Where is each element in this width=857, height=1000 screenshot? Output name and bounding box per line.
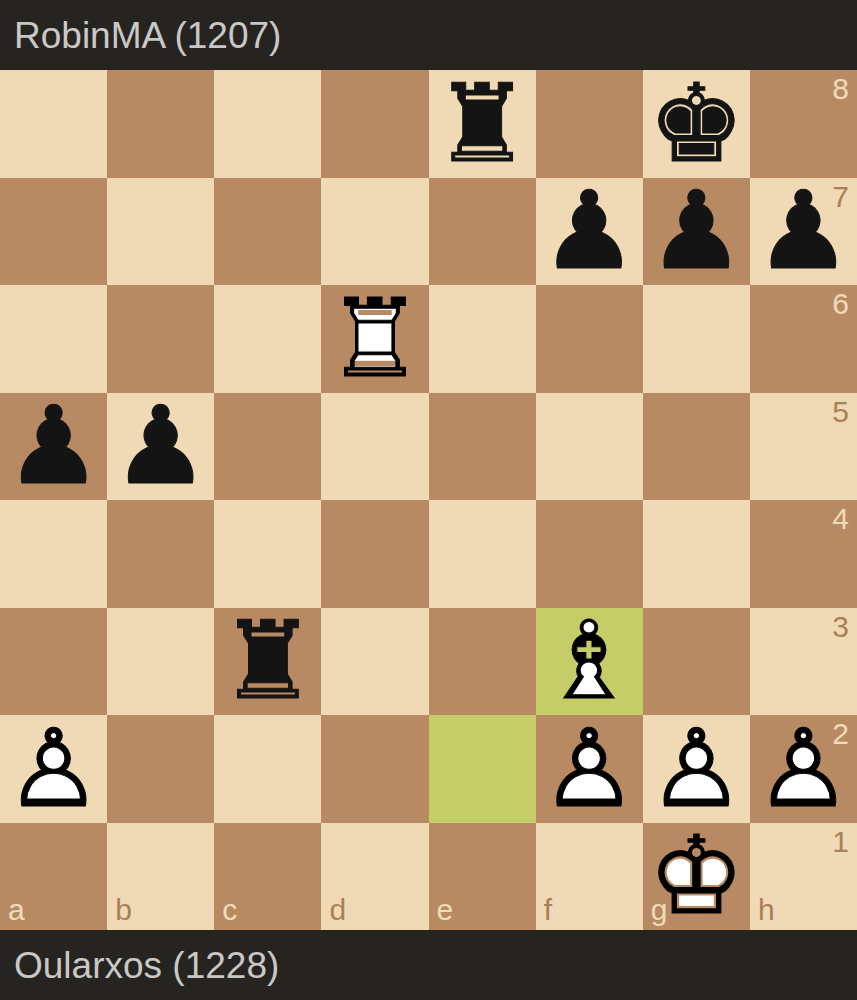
square-g5[interactable] bbox=[643, 393, 750, 501]
square-b8[interactable] bbox=[107, 70, 214, 178]
square-c4[interactable] bbox=[214, 500, 321, 608]
square-c3[interactable]: ♜︎ bbox=[214, 608, 321, 716]
rank-label-3: 3 bbox=[832, 612, 849, 642]
square-b4[interactable] bbox=[107, 500, 214, 608]
square-h1[interactable]: h1 bbox=[750, 823, 857, 931]
square-d3[interactable] bbox=[321, 608, 428, 716]
square-e8[interactable]: ♜︎ bbox=[429, 70, 536, 178]
piece-outline-glyph: ♔︎ bbox=[643, 823, 750, 931]
piece-outline-glyph: ♙︎ bbox=[643, 715, 750, 823]
square-f3[interactable]: ♝︎♗︎ bbox=[536, 608, 643, 716]
square-a1[interactable]: a bbox=[0, 823, 107, 931]
square-d5[interactable] bbox=[321, 393, 428, 501]
rank-label-5: 5 bbox=[832, 397, 849, 427]
black-rook[interactable]: ♜︎ bbox=[429, 70, 536, 178]
chess-game-screen: RobinMA (1207) ♜︎♚︎8♟︎♟︎♟︎7♜︎♖︎6♟︎♟︎54♜︎… bbox=[0, 0, 857, 1000]
white-bishop[interactable]: ♝︎♗︎ bbox=[536, 608, 643, 716]
white-pawn[interactable]: ♟︎♙︎ bbox=[536, 715, 643, 823]
square-b5[interactable]: ♟︎ bbox=[107, 393, 214, 501]
square-a8[interactable] bbox=[0, 70, 107, 178]
square-f1[interactable]: f bbox=[536, 823, 643, 931]
player-top-label: RobinMA (1207) bbox=[14, 17, 281, 54]
square-d6[interactable]: ♜︎♖︎ bbox=[321, 285, 428, 393]
square-f6[interactable] bbox=[536, 285, 643, 393]
piece-fill-glyph: ♟︎ bbox=[0, 393, 107, 501]
square-g3[interactable] bbox=[643, 608, 750, 716]
square-c8[interactable] bbox=[214, 70, 321, 178]
piece-outline-glyph: ♗︎ bbox=[536, 608, 643, 716]
square-h5[interactable]: 5 bbox=[750, 393, 857, 501]
square-h4[interactable]: 4 bbox=[750, 500, 857, 608]
square-c5[interactable] bbox=[214, 393, 321, 501]
file-label-c: c bbox=[222, 895, 237, 925]
player-bottom-label: Oularxos (1228) bbox=[14, 947, 279, 984]
white-pawn[interactable]: ♟︎♙︎ bbox=[750, 715, 857, 823]
square-a6[interactable] bbox=[0, 285, 107, 393]
black-king[interactable]: ♚︎ bbox=[643, 70, 750, 178]
player-bar-bottom: Oularxos (1228) bbox=[0, 930, 857, 1000]
square-h6[interactable]: 6 bbox=[750, 285, 857, 393]
rank-label-6: 6 bbox=[832, 289, 849, 319]
black-pawn[interactable]: ♟︎ bbox=[643, 178, 750, 286]
square-f2[interactable]: ♟︎♙︎ bbox=[536, 715, 643, 823]
square-f4[interactable] bbox=[536, 500, 643, 608]
square-b1[interactable]: b bbox=[107, 823, 214, 931]
square-c1[interactable]: c bbox=[214, 823, 321, 931]
rank-label-8: 8 bbox=[832, 74, 849, 104]
square-f8[interactable] bbox=[536, 70, 643, 178]
square-h2[interactable]: ♟︎♙︎2 bbox=[750, 715, 857, 823]
file-label-e: e bbox=[437, 895, 454, 925]
square-e6[interactable] bbox=[429, 285, 536, 393]
piece-fill-glyph: ♜︎ bbox=[214, 608, 321, 716]
player-bar-top: RobinMA (1207) bbox=[0, 0, 857, 70]
square-d8[interactable] bbox=[321, 70, 428, 178]
piece-outline-glyph: ♖︎ bbox=[321, 285, 428, 393]
piece-fill-glyph: ♚︎ bbox=[643, 70, 750, 178]
chess-board[interactable]: ♜︎♚︎8♟︎♟︎♟︎7♜︎♖︎6♟︎♟︎54♜︎♝︎♗︎3♟︎♙︎♟︎♙︎♟︎… bbox=[0, 70, 857, 930]
square-b2[interactable] bbox=[107, 715, 214, 823]
piece-outline-glyph: ♙︎ bbox=[0, 715, 107, 823]
piece-fill-glyph: ♟︎ bbox=[107, 393, 214, 501]
square-h8[interactable]: 8 bbox=[750, 70, 857, 178]
square-a5[interactable]: ♟︎ bbox=[0, 393, 107, 501]
square-c2[interactable] bbox=[214, 715, 321, 823]
square-g8[interactable]: ♚︎ bbox=[643, 70, 750, 178]
square-d4[interactable] bbox=[321, 500, 428, 608]
square-g1[interactable]: ♚︎♔︎g bbox=[643, 823, 750, 931]
square-g2[interactable]: ♟︎♙︎ bbox=[643, 715, 750, 823]
square-e7[interactable] bbox=[429, 178, 536, 286]
file-label-b: b bbox=[115, 895, 132, 925]
square-c6[interactable] bbox=[214, 285, 321, 393]
square-a7[interactable] bbox=[0, 178, 107, 286]
piece-fill-glyph: ♟︎ bbox=[536, 178, 643, 286]
square-b7[interactable] bbox=[107, 178, 214, 286]
square-e3[interactable] bbox=[429, 608, 536, 716]
piece-fill-glyph: ♜︎ bbox=[429, 70, 536, 178]
white-rook[interactable]: ♜︎♖︎ bbox=[321, 285, 428, 393]
square-f5[interactable] bbox=[536, 393, 643, 501]
square-e1[interactable]: e bbox=[429, 823, 536, 931]
square-e2[interactable] bbox=[429, 715, 536, 823]
file-label-f: f bbox=[544, 895, 552, 925]
black-pawn[interactable]: ♟︎ bbox=[107, 393, 214, 501]
piece-fill-glyph: ♟︎ bbox=[643, 178, 750, 286]
piece-outline-glyph: ♙︎ bbox=[750, 715, 857, 823]
square-a4[interactable] bbox=[0, 500, 107, 608]
square-d7[interactable] bbox=[321, 178, 428, 286]
black-pawn[interactable]: ♟︎ bbox=[0, 393, 107, 501]
square-a3[interactable] bbox=[0, 608, 107, 716]
file-label-h: h bbox=[758, 895, 775, 925]
white-king[interactable]: ♚︎♔︎ bbox=[643, 823, 750, 931]
rank-label-1: 1 bbox=[832, 827, 849, 857]
square-d1[interactable]: d bbox=[321, 823, 428, 931]
black-pawn[interactable]: ♟︎ bbox=[750, 178, 857, 286]
square-b3[interactable] bbox=[107, 608, 214, 716]
file-label-a: a bbox=[8, 895, 25, 925]
square-g4[interactable] bbox=[643, 500, 750, 608]
white-pawn[interactable]: ♟︎♙︎ bbox=[0, 715, 107, 823]
square-h3[interactable]: 3 bbox=[750, 608, 857, 716]
square-g6[interactable] bbox=[643, 285, 750, 393]
square-d2[interactable] bbox=[321, 715, 428, 823]
piece-fill-glyph: ♟︎ bbox=[750, 178, 857, 286]
square-a2[interactable]: ♟︎♙︎ bbox=[0, 715, 107, 823]
square-b6[interactable] bbox=[107, 285, 214, 393]
piece-outline-glyph: ♙︎ bbox=[536, 715, 643, 823]
rank-label-4: 4 bbox=[832, 504, 849, 534]
black-rook[interactable]: ♜︎ bbox=[214, 608, 321, 716]
square-h7[interactable]: ♟︎7 bbox=[750, 178, 857, 286]
file-label-d: d bbox=[329, 895, 346, 925]
square-e4[interactable] bbox=[429, 500, 536, 608]
white-pawn[interactable]: ♟︎♙︎ bbox=[643, 715, 750, 823]
square-f7[interactable]: ♟︎ bbox=[536, 178, 643, 286]
square-e5[interactable] bbox=[429, 393, 536, 501]
black-pawn[interactable]: ♟︎ bbox=[536, 178, 643, 286]
square-c7[interactable] bbox=[214, 178, 321, 286]
square-g7[interactable]: ♟︎ bbox=[643, 178, 750, 286]
